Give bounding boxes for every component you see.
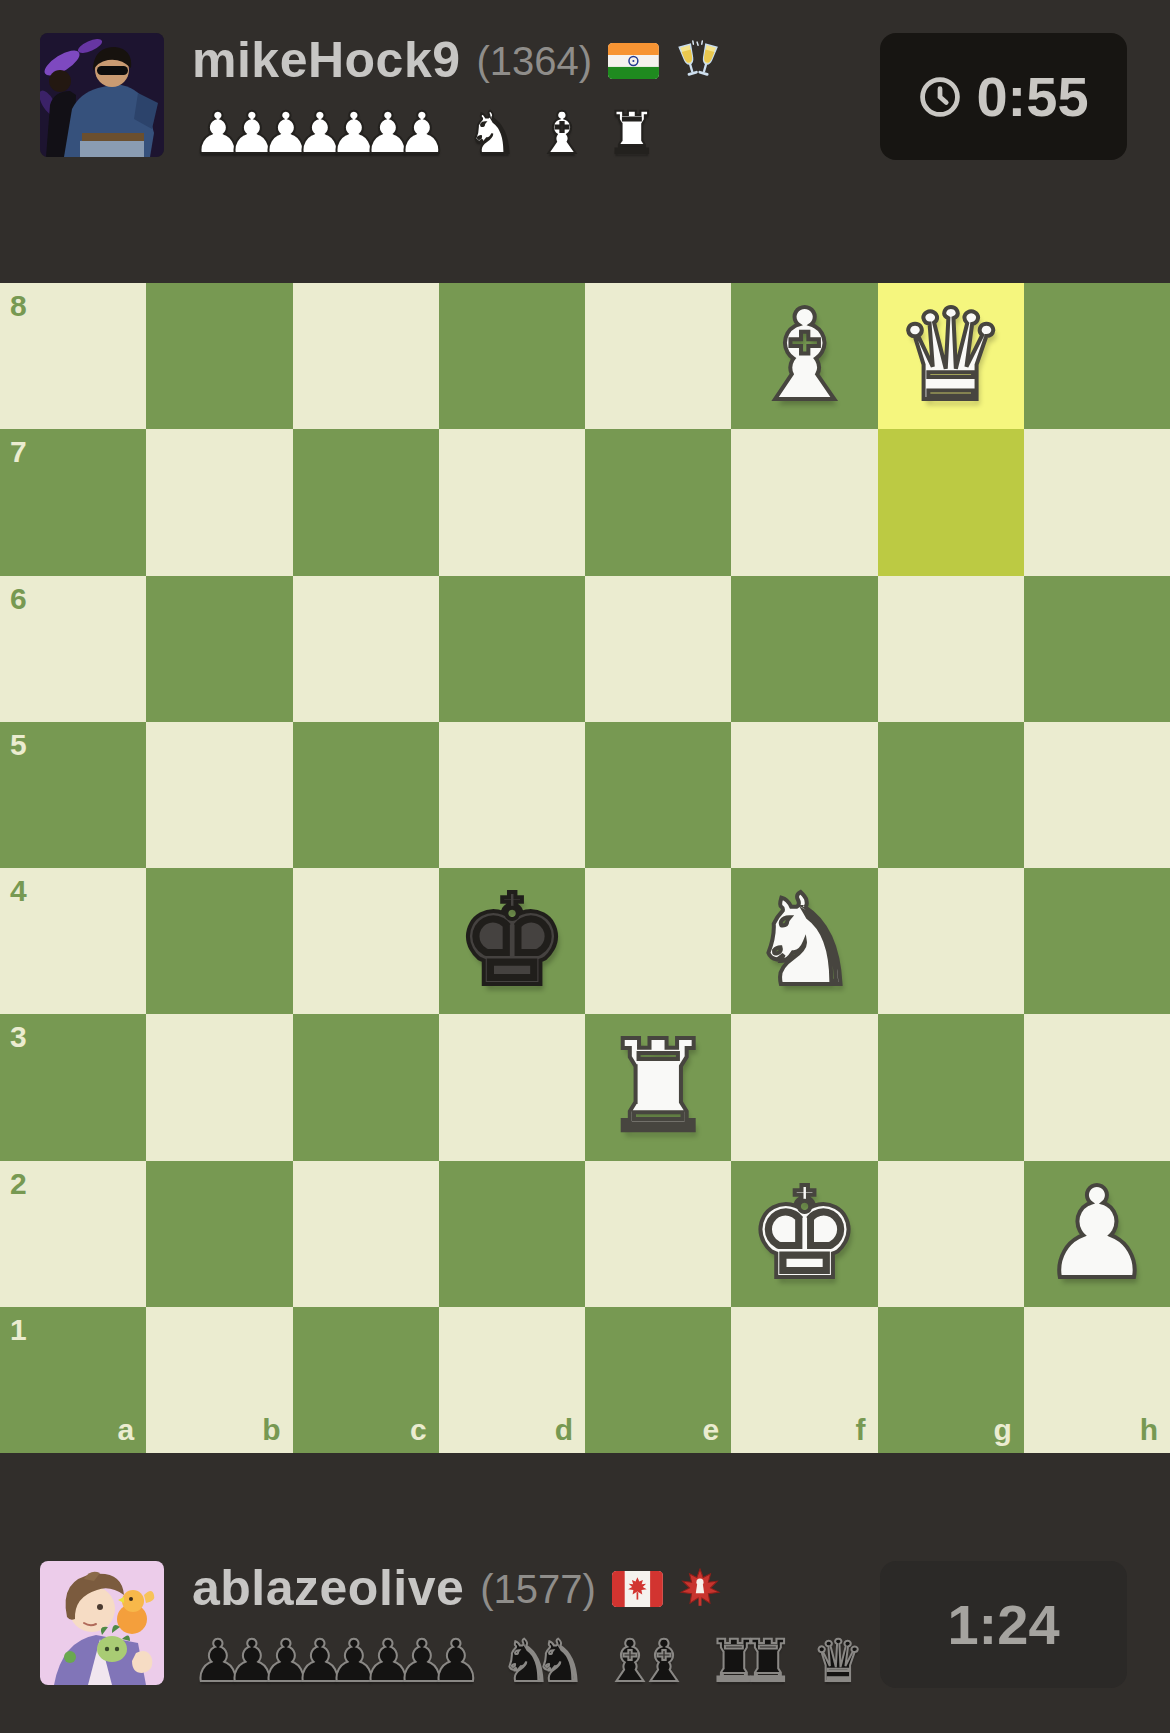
square-f3[interactable] (731, 1014, 877, 1160)
square-d1[interactable]: d (439, 1307, 585, 1453)
square-c3[interactable] (293, 1014, 439, 1160)
square-g6[interactable] (878, 576, 1024, 722)
square-h3[interactable] (1024, 1014, 1170, 1160)
file-label-b: b (262, 1415, 280, 1445)
rank-label-3: 3 (10, 1022, 27, 1052)
square-h1[interactable]: h (1024, 1307, 1170, 1453)
square-d6[interactable] (439, 576, 585, 722)
captured-black-bishop: ♝ (638, 1632, 690, 1690)
square-h4[interactable] (1024, 868, 1170, 1014)
square-c1[interactable]: c (293, 1307, 439, 1453)
square-d7[interactable] (439, 429, 585, 575)
square-a8[interactable]: 8 (0, 283, 146, 429)
square-b2[interactable] (146, 1161, 292, 1307)
square-b5[interactable] (146, 722, 292, 868)
square-g8[interactable]: ♛ (878, 283, 1024, 429)
square-c4[interactable] (293, 868, 439, 1014)
square-c5[interactable] (293, 722, 439, 868)
bottom-player-avatar[interactable] (40, 1561, 164, 1685)
square-d4[interactable]: ♚ (439, 868, 585, 1014)
square-g3[interactable] (878, 1014, 1024, 1160)
square-a3[interactable]: 3 (0, 1014, 146, 1160)
square-a2[interactable]: 2 (0, 1161, 146, 1307)
file-label-h: h (1140, 1415, 1158, 1445)
captured-black-knight: ♞ (534, 1632, 586, 1690)
rank-label-1: 1 (10, 1315, 27, 1345)
top-player-clock: 0:55 (880, 33, 1127, 160)
square-a7[interactable]: 7 (0, 429, 146, 575)
bottom-player-clock: 1:24 (880, 1561, 1127, 1688)
square-e6[interactable] (585, 576, 731, 722)
square-a6[interactable]: 6 (0, 576, 146, 722)
white-rook-e3[interactable]: ♜ (585, 1014, 731, 1160)
square-f4[interactable]: ♞ (731, 868, 877, 1014)
square-b1[interactable]: b (146, 1307, 292, 1453)
square-a1[interactable]: 1a (0, 1307, 146, 1453)
top-player-row: mikeHock9 (1364) (0, 0, 1170, 283)
captured-white-pawn: ♟ (396, 104, 448, 162)
file-label-f: f (856, 1415, 866, 1445)
square-g1[interactable]: g (878, 1307, 1024, 1453)
white-queen-g8[interactable]: ♛ (878, 283, 1024, 429)
rank-label-5: 5 (10, 730, 27, 760)
top-player-rating: (1364) (477, 39, 593, 83)
square-h2[interactable]: ♟ (1024, 1161, 1170, 1307)
captured-pawn-group: ♟♟♟♟♟♟♟ (192, 104, 448, 162)
square-f8[interactable]: ♝ (731, 283, 877, 429)
square-f2[interactable]: ♚ (731, 1161, 877, 1307)
square-f6[interactable] (731, 576, 877, 722)
india-flag-icon (608, 43, 659, 79)
square-e2[interactable] (585, 1161, 731, 1307)
square-f5[interactable] (731, 722, 877, 868)
rank-label-4: 4 (10, 876, 27, 906)
rank-label-7: 7 (10, 437, 27, 467)
square-a4[interactable]: 4 (0, 868, 146, 1014)
square-d8[interactable] (439, 283, 585, 429)
square-g7[interactable] (878, 429, 1024, 575)
white-pawn-h2[interactable]: ♟ (1024, 1161, 1170, 1307)
canada-flag-icon (612, 1571, 663, 1607)
file-label-d: d (555, 1415, 573, 1445)
square-e3[interactable]: ♜ (585, 1014, 731, 1160)
white-knight-f4[interactable]: ♞ (731, 868, 877, 1014)
black-king-d4[interactable]: ♚ (439, 868, 585, 1014)
top-name-line: mikeHock9 (1364) (192, 33, 721, 88)
square-b7[interactable] (146, 429, 292, 575)
square-d5[interactable] (439, 722, 585, 868)
file-label-e: e (703, 1415, 720, 1445)
chess-board: 8♝♛7654♚♞3♜2♚♟1abcdefgh (0, 283, 1170, 1453)
square-c8[interactable] (293, 283, 439, 429)
square-h5[interactable] (1024, 722, 1170, 868)
bottom-player-info: ablazeolive (1577) ♟♟♟♟♟♟♟♟♞♞♝♝♜♜♛+21 (192, 1561, 852, 1690)
square-b8[interactable] (146, 283, 292, 429)
square-b4[interactable] (146, 868, 292, 1014)
square-g4[interactable] (878, 868, 1024, 1014)
top-player-info: mikeHock9 (1364) (192, 33, 721, 162)
square-c7[interactable] (293, 429, 439, 575)
captured-bishop-group: ♝♝ (604, 1632, 690, 1690)
captured-black-pawn: ♟ (430, 1632, 482, 1690)
captured-knight-group: ♞ (466, 104, 518, 162)
bottom-avatar-art (40, 1561, 164, 1685)
bottom-player-username[interactable]: ablazeolive (192, 1561, 464, 1616)
captured-black-queen: ♛ (812, 1632, 864, 1690)
clinking-glasses-icon (675, 40, 721, 82)
captured-rook-group: ♜♜ (708, 1632, 794, 1690)
square-c2[interactable] (293, 1161, 439, 1307)
file-label-c: c (410, 1415, 427, 1445)
square-e1[interactable]: e (585, 1307, 731, 1453)
square-d2[interactable] (439, 1161, 585, 1307)
rank-label-2: 2 (10, 1169, 27, 1199)
white-bishop-f8[interactable]: ♝ (731, 283, 877, 429)
captured-white-rook: ♜ (606, 104, 658, 162)
square-e8[interactable] (585, 283, 731, 429)
square-h7[interactable] (1024, 429, 1170, 575)
captured-white-knight: ♞ (466, 104, 518, 162)
captured-white-bishop: ♝ (536, 104, 588, 162)
bottom-player-row: ablazeolive (1577) ♟♟♟♟♟♟♟♟♞♞♝♝♜♜♛+21 (0, 1453, 1170, 1733)
bottom-captured-pieces: ♟♟♟♟♟♟♟♟♞♞♝♝♜♜♛+21 (192, 1626, 852, 1690)
square-e4[interactable] (585, 868, 731, 1014)
rank-label-8: 8 (10, 291, 27, 321)
square-e5[interactable] (585, 722, 731, 868)
square-e7[interactable] (585, 429, 731, 575)
square-g5[interactable] (878, 722, 1024, 868)
bottom-name-line: ablazeolive (1577) (192, 1561, 852, 1616)
square-h6[interactable] (1024, 576, 1170, 722)
square-c6[interactable] (293, 576, 439, 722)
square-b3[interactable] (146, 1014, 292, 1160)
white-king-f2[interactable]: ♚ (731, 1161, 877, 1307)
square-d3[interactable] (439, 1014, 585, 1160)
rank-label-6: 6 (10, 584, 27, 614)
chess-app: mikeHock9 (1364) (0, 0, 1170, 1733)
bottom-player-rating: (1577) (480, 1567, 596, 1611)
captured-knight-group: ♞♞ (500, 1632, 586, 1690)
bottom-clock-time: 1:24 (947, 1592, 1059, 1657)
captured-queen-group: ♛ (812, 1632, 864, 1690)
top-player-avatar[interactable] (40, 33, 164, 157)
maple-leaf-club-badge-icon[interactable] (679, 1568, 721, 1610)
square-g2[interactable] (878, 1161, 1024, 1307)
square-a5[interactable]: 5 (0, 722, 146, 868)
top-clock-time: 0:55 (976, 64, 1088, 129)
top-avatar-art (40, 33, 164, 157)
top-captured-pieces: ♟♟♟♟♟♟♟♞♝♜ (192, 98, 721, 162)
square-h8[interactable] (1024, 283, 1170, 429)
file-label-a: a (118, 1415, 135, 1445)
square-b6[interactable] (146, 576, 292, 722)
file-label-g: g (993, 1415, 1011, 1445)
captured-rook-group: ♜ (606, 104, 658, 162)
square-f7[interactable] (731, 429, 877, 575)
captured-bishop-group: ♝ (536, 104, 588, 162)
captured-pawn-group: ♟♟♟♟♟♟♟♟ (192, 1632, 482, 1690)
top-player-username[interactable]: mikeHock9 (192, 33, 461, 88)
clock-icon (918, 75, 962, 119)
captured-black-rook: ♜ (742, 1632, 794, 1690)
square-f1[interactable]: f (731, 1307, 877, 1453)
